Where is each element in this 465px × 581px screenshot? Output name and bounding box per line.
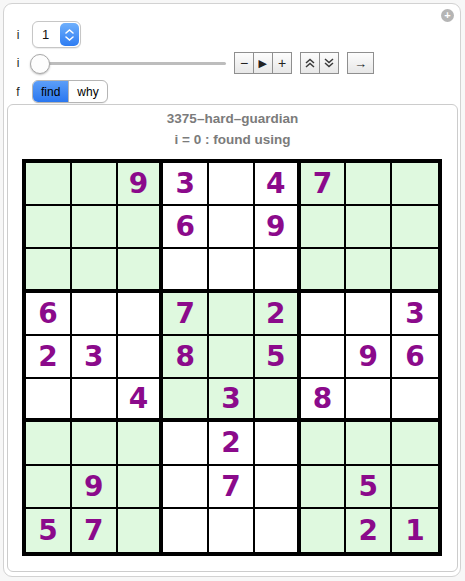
sudoku-cell-r4c8 bbox=[346, 293, 392, 336]
sudoku-cell-r4c9: 3 bbox=[392, 293, 438, 336]
slider-label: i bbox=[13, 56, 23, 70]
sudoku-cell-r9c2: 7 bbox=[72, 509, 118, 552]
sudoku-cell-r1c2 bbox=[72, 163, 118, 206]
popup-row: i 1 bbox=[13, 21, 81, 48]
sudoku-cell-r3c1 bbox=[26, 249, 72, 292]
sudoku-cell-r7c4 bbox=[163, 422, 209, 465]
sudoku-cell-r8c8: 5 bbox=[346, 466, 392, 509]
sudoku-cell-r2c9 bbox=[392, 206, 438, 249]
sudoku-cell-r3c8 bbox=[346, 249, 392, 292]
sudoku-cell-r5c7 bbox=[301, 336, 347, 379]
sudoku-cell-r5c1: 2 bbox=[26, 336, 72, 379]
sudoku-cell-r8c7 bbox=[301, 466, 347, 509]
sudoku-cell-r6c8 bbox=[346, 379, 392, 422]
sudoku-cell-r2c5 bbox=[209, 206, 255, 249]
add-controls-icon[interactable]: + bbox=[441, 9, 454, 22]
sudoku-cell-r9c5 bbox=[209, 509, 255, 552]
sudoku-cell-r7c7 bbox=[301, 422, 347, 465]
setter-row: f find why bbox=[13, 80, 108, 103]
increment-button[interactable]: + bbox=[272, 52, 292, 74]
sudoku-cell-r9c9: 1 bbox=[392, 509, 438, 552]
sudoku-cell-r1c7: 7 bbox=[301, 163, 347, 206]
sudoku-cell-r8c1 bbox=[26, 466, 72, 509]
double-chevron-up-icon bbox=[304, 57, 316, 69]
sudoku-cell-r8c9 bbox=[392, 466, 438, 509]
sudoku-cell-r7c8 bbox=[346, 422, 392, 465]
sudoku-cell-r6c7: 8 bbox=[301, 379, 347, 422]
sudoku-cell-r8c5: 7 bbox=[209, 466, 255, 509]
sudoku-board: 934769672323859643829755721 bbox=[22, 159, 442, 556]
sudoku-cell-r4c6: 2 bbox=[255, 293, 301, 336]
play-icon: ▶ bbox=[259, 57, 267, 69]
sudoku-cell-r3c4 bbox=[163, 249, 209, 292]
find-button[interactable]: find bbox=[33, 81, 68, 102]
sudoku-cell-r6c5: 3 bbox=[209, 379, 255, 422]
chevron-up-icon bbox=[65, 29, 74, 34]
sudoku-cell-r3c7 bbox=[301, 249, 347, 292]
play-button[interactable]: ▶ bbox=[253, 52, 273, 74]
right-arrow-icon: → bbox=[354, 56, 367, 71]
sudoku-cell-r8c6 bbox=[255, 466, 301, 509]
sudoku-cell-r7c3 bbox=[118, 422, 164, 465]
sudoku-cell-r9c7 bbox=[301, 509, 347, 552]
sudoku-cell-r6c2 bbox=[72, 379, 118, 422]
sudoku-cell-r2c7 bbox=[301, 206, 347, 249]
sudoku-cell-r4c5 bbox=[209, 293, 255, 336]
sudoku-cell-r6c1 bbox=[26, 379, 72, 422]
sudoku-cell-r7c5: 2 bbox=[209, 422, 255, 465]
sudoku-cell-r5c5 bbox=[209, 336, 255, 379]
sudoku-cell-r1c9 bbox=[392, 163, 438, 206]
direction-group: → bbox=[347, 52, 374, 74]
sudoku-cell-r5c9: 6 bbox=[392, 336, 438, 379]
sudoku-cell-r5c8: 9 bbox=[346, 336, 392, 379]
sudoku-cell-r1c4: 3 bbox=[163, 163, 209, 206]
sudoku-cell-r1c5 bbox=[209, 163, 255, 206]
speed-buttons bbox=[300, 52, 339, 74]
sudoku-cell-r1c6: 4 bbox=[255, 163, 301, 206]
sudoku-cell-r5c2: 3 bbox=[72, 336, 118, 379]
sudoku-cell-r6c3: 4 bbox=[118, 379, 164, 422]
sudoku-cell-r2c3 bbox=[118, 206, 164, 249]
slider-track[interactable] bbox=[38, 62, 226, 65]
sudoku-cell-r4c7 bbox=[301, 293, 347, 336]
decrement-button[interactable]: − bbox=[234, 52, 254, 74]
sudoku-cell-r2c8 bbox=[346, 206, 392, 249]
sudoku-cell-r3c2 bbox=[72, 249, 118, 292]
step-buttons: − ▶ + bbox=[234, 52, 292, 74]
double-chevron-down-icon bbox=[323, 57, 335, 69]
i-slider[interactable] bbox=[30, 51, 226, 75]
sudoku-cell-r7c2 bbox=[72, 422, 118, 465]
why-button[interactable]: why bbox=[68, 81, 106, 102]
sudoku-cell-r4c4: 7 bbox=[163, 293, 209, 336]
faster-button[interactable] bbox=[300, 52, 320, 74]
sudoku-cell-r2c2 bbox=[72, 206, 118, 249]
puzzle-title: 3375–hard–guardian bbox=[0, 111, 465, 126]
sudoku-cell-r9c6 bbox=[255, 509, 301, 552]
f-setter-bar: find why bbox=[32, 80, 108, 103]
sudoku-cell-r7c6 bbox=[255, 422, 301, 465]
sudoku-cell-r8c2: 9 bbox=[72, 466, 118, 509]
sudoku-cell-r3c3 bbox=[118, 249, 164, 292]
sudoku-cell-r9c8: 2 bbox=[346, 509, 392, 552]
sudoku-cell-r1c3: 9 bbox=[118, 163, 164, 206]
sudoku-cell-r9c3 bbox=[118, 509, 164, 552]
sudoku-cell-r4c2 bbox=[72, 293, 118, 336]
sudoku-cell-r2c6: 9 bbox=[255, 206, 301, 249]
sudoku-cell-r2c4: 6 bbox=[163, 206, 209, 249]
sudoku-cell-r3c5 bbox=[209, 249, 255, 292]
stepper-icon[interactable] bbox=[60, 23, 79, 46]
sudoku-cell-r1c1 bbox=[26, 163, 72, 206]
chevron-down-icon bbox=[65, 36, 74, 41]
sudoku-cell-r5c6: 5 bbox=[255, 336, 301, 379]
sudoku-cell-r8c4 bbox=[163, 466, 209, 509]
i-popup-menu[interactable]: 1 bbox=[32, 21, 81, 48]
setter-label: f bbox=[13, 85, 23, 99]
sudoku-cell-r9c4 bbox=[163, 509, 209, 552]
sudoku-cell-r4c3 bbox=[118, 293, 164, 336]
sudoku-cell-r5c3 bbox=[118, 336, 164, 379]
slower-button[interactable] bbox=[319, 52, 339, 74]
sudoku-cell-r7c1 bbox=[26, 422, 72, 465]
sudoku-cell-r7c9 bbox=[392, 422, 438, 465]
sudoku-cell-r9c1: 5 bbox=[26, 509, 72, 552]
sudoku-cell-r5c4: 8 bbox=[163, 336, 209, 379]
slider-row: i − ▶ + → bbox=[13, 51, 374, 75]
sudoku-cell-r6c6 bbox=[255, 379, 301, 422]
sudoku-cell-r1c8 bbox=[346, 163, 392, 206]
sudoku-cell-r8c3 bbox=[118, 466, 164, 509]
direction-button[interactable]: → bbox=[347, 52, 374, 74]
slider-thumb[interactable] bbox=[30, 54, 50, 74]
sudoku-cell-r6c4 bbox=[163, 379, 209, 422]
sudoku-cell-r2c1 bbox=[26, 206, 72, 249]
sudoku-cell-r6c9 bbox=[392, 379, 438, 422]
sudoku-cell-r3c9 bbox=[392, 249, 438, 292]
sudoku-cell-r4c1: 6 bbox=[26, 293, 72, 336]
popup-label: i bbox=[13, 28, 23, 42]
i-popup-value: 1 bbox=[33, 27, 59, 42]
puzzle-subtitle: i = 0 : found using bbox=[0, 132, 465, 147]
sudoku-cell-r3c6 bbox=[255, 249, 301, 292]
